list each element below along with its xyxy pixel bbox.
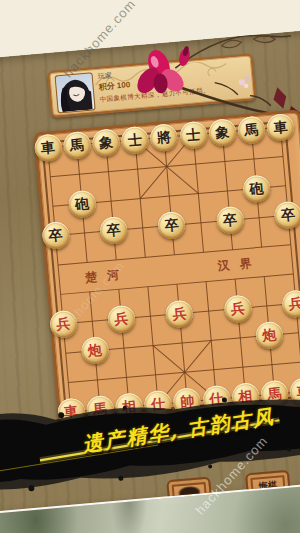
screenshot-stage: 玩家 积分 100 中国象棋博大精深，魅力不可抵挡。 楚河 汉界 xyxy=(0,0,300,533)
player-score: 积分 100 xyxy=(98,79,130,93)
avatar xyxy=(55,72,96,113)
game-screenshot: 玩家 积分 100 中国象棋博大精深，魅力不可抵挡。 楚河 汉界 xyxy=(0,31,300,514)
player-card: 玩家 积分 100 中国象棋博大精深，魅力不可抵挡。 xyxy=(47,53,256,118)
xiangqi-board: 楚河 汉界 車馬象士將士象馬車砲砲卒卒卒卒卒兵兵兵兵兵炮炮車馬相仕帥仕相馬車 xyxy=(33,109,300,431)
